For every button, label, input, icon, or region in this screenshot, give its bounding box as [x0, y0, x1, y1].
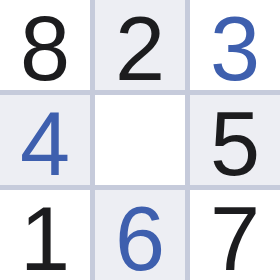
sudoku-board: 82345167: [0, 0, 280, 280]
cell-r0c1[interactable]: 2: [95, 0, 185, 90]
cell-r0c2[interactable]: 3: [190, 0, 280, 90]
digit: 4: [20, 99, 70, 185]
digit: 3: [210, 4, 260, 90]
cell-r1c1[interactable]: [95, 95, 185, 185]
cell-r2c0[interactable]: 1: [0, 190, 90, 280]
cell-r2c2[interactable]: 7: [190, 190, 280, 280]
digit: 6: [115, 194, 165, 280]
digit: 7: [210, 194, 260, 280]
cell-r1c2[interactable]: 5: [190, 95, 280, 185]
digit: 8: [20, 4, 70, 90]
digit: 5: [210, 99, 260, 185]
cell-r0c0[interactable]: 8: [0, 0, 90, 90]
digit: 1: [20, 194, 70, 280]
digit: 2: [115, 4, 165, 90]
cell-r2c1[interactable]: 6: [95, 190, 185, 280]
cell-r1c0[interactable]: 4: [0, 95, 90, 185]
